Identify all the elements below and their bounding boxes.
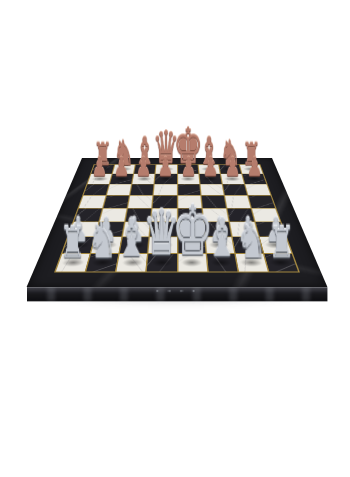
square-b6[interactable]	[107, 185, 131, 196]
square-h7[interactable]: ♟	[242, 174, 266, 184]
square-c6[interactable]	[131, 185, 154, 196]
square-h6[interactable]	[245, 185, 270, 196]
product-photo-background: ♜♞♝♛♚♝♞♜♟♟♟♟♟♟♟♟♟♟♟♟♟♟♟♟♜♞♝♛♚♝♞♜ • • • •	[0, 0, 350, 477]
copper-pawn[interactable]: ♟	[226, 154, 282, 180]
square-a5[interactable]	[79, 196, 106, 208]
square-h5[interactable]	[248, 196, 275, 208]
silver-rook[interactable]: ♜	[244, 222, 320, 265]
chess-board: ♜♞♝♛♚♝♞♜♟♟♟♟♟♟♟♟♟♟♟♟♟♟♟♟♜♞♝♛♚♝♞♜ • • • •	[27, 158, 328, 287]
board-grid: ♜♞♝♛♚♝♞♜♟♟♟♟♟♟♟♟♟♟♟♟♟♟♟♟♜♞♝♛♚♝♞♜	[54, 164, 300, 272]
square-g6[interactable]	[223, 185, 247, 196]
square-a6[interactable]	[84, 185, 109, 196]
board-front-edge: • • • •	[27, 287, 328, 301]
front-edge-dots: • • • •	[27, 289, 328, 295]
square-h1[interactable]: ♜	[264, 254, 298, 272]
